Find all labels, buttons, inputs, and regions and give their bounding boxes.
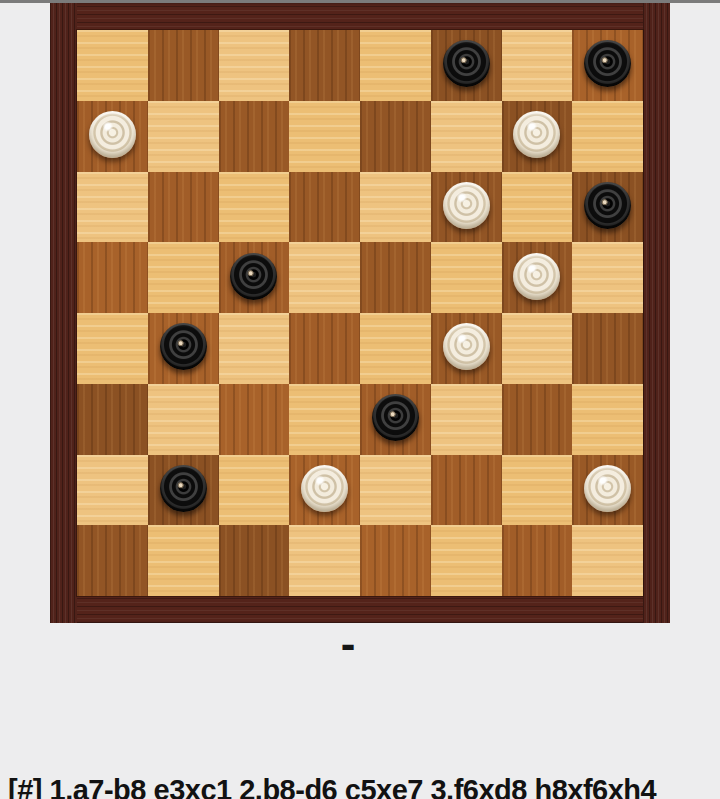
- square-h7: [572, 101, 643, 172]
- square-e2: [360, 455, 431, 526]
- square-h1: [572, 525, 643, 596]
- square-b2[interactable]: [148, 455, 219, 526]
- square-b5: [148, 242, 219, 313]
- square-d8[interactable]: [289, 30, 360, 101]
- square-c3[interactable]: [219, 384, 290, 455]
- moves-line-1: [#] 1.a7-b8 e3xc1 2.b8-d6 c5xe7 3.f6xd8 …: [8, 771, 714, 799]
- result-row: -: [0, 622, 696, 666]
- board: [77, 30, 643, 596]
- square-g4: [502, 313, 573, 384]
- black-man-c5[interactable]: [230, 253, 277, 300]
- square-d3: [289, 384, 360, 455]
- square-e7[interactable]: [360, 101, 431, 172]
- square-h4[interactable]: [572, 313, 643, 384]
- black-man-f8[interactable]: [443, 40, 490, 87]
- white-man-d2[interactable]: [301, 465, 348, 512]
- square-c1[interactable]: [219, 525, 290, 596]
- square-g3[interactable]: [502, 384, 573, 455]
- square-g6: [502, 172, 573, 243]
- square-d1: [289, 525, 360, 596]
- square-e5[interactable]: [360, 242, 431, 313]
- square-f3: [431, 384, 502, 455]
- square-b7: [148, 101, 219, 172]
- square-e6: [360, 172, 431, 243]
- result-label: -: [341, 619, 356, 668]
- square-a6: [77, 172, 148, 243]
- square-a8: [77, 30, 148, 101]
- white-man-f4[interactable]: [443, 323, 490, 370]
- square-c8: [219, 30, 290, 101]
- black-man-e3[interactable]: [372, 394, 419, 441]
- square-h3: [572, 384, 643, 455]
- square-h2[interactable]: [572, 455, 643, 526]
- square-g1[interactable]: [502, 525, 573, 596]
- square-a7[interactable]: [77, 101, 148, 172]
- white-man-f6[interactable]: [443, 182, 490, 229]
- square-d7: [289, 101, 360, 172]
- square-d2[interactable]: [289, 455, 360, 526]
- square-a4: [77, 313, 148, 384]
- square-c7[interactable]: [219, 101, 290, 172]
- black-man-h8[interactable]: [584, 40, 631, 87]
- white-man-a7[interactable]: [89, 111, 136, 158]
- black-man-b2[interactable]: [160, 465, 207, 512]
- square-f4[interactable]: [431, 313, 502, 384]
- square-g7[interactable]: [502, 101, 573, 172]
- square-b6[interactable]: [148, 172, 219, 243]
- square-b4[interactable]: [148, 313, 219, 384]
- square-h5: [572, 242, 643, 313]
- square-f2[interactable]: [431, 455, 502, 526]
- square-d4[interactable]: [289, 313, 360, 384]
- square-c6: [219, 172, 290, 243]
- square-h8[interactable]: [572, 30, 643, 101]
- white-man-g5[interactable]: [513, 253, 560, 300]
- square-c2: [219, 455, 290, 526]
- square-f5: [431, 242, 502, 313]
- square-c4: [219, 313, 290, 384]
- square-e1[interactable]: [360, 525, 431, 596]
- frame-right-rail: [643, 3, 670, 623]
- square-d6[interactable]: [289, 172, 360, 243]
- square-b8[interactable]: [148, 30, 219, 101]
- square-b3: [148, 384, 219, 455]
- square-f7: [431, 101, 502, 172]
- square-c5[interactable]: [219, 242, 290, 313]
- square-f8[interactable]: [431, 30, 502, 101]
- frame-left-rail: [50, 3, 77, 623]
- board-frame: [50, 3, 670, 623]
- square-a5[interactable]: [77, 242, 148, 313]
- black-man-h6[interactable]: [584, 182, 631, 229]
- square-g8: [502, 30, 573, 101]
- moves-notation: [#] 1.a7-b8 e3xc1 2.b8-d6 c5xe7 3.f6xd8 …: [8, 695, 714, 799]
- square-f6[interactable]: [431, 172, 502, 243]
- square-a1[interactable]: [77, 525, 148, 596]
- square-g5[interactable]: [502, 242, 573, 313]
- square-a2: [77, 455, 148, 526]
- square-g2: [502, 455, 573, 526]
- square-b1: [148, 525, 219, 596]
- square-d5: [289, 242, 360, 313]
- square-f1: [431, 525, 502, 596]
- black-man-b4[interactable]: [160, 323, 207, 370]
- white-man-g7[interactable]: [513, 111, 560, 158]
- square-h6[interactable]: [572, 172, 643, 243]
- square-a3[interactable]: [77, 384, 148, 455]
- square-e4: [360, 313, 431, 384]
- square-e8: [360, 30, 431, 101]
- white-man-h2[interactable]: [584, 465, 631, 512]
- square-e3[interactable]: [360, 384, 431, 455]
